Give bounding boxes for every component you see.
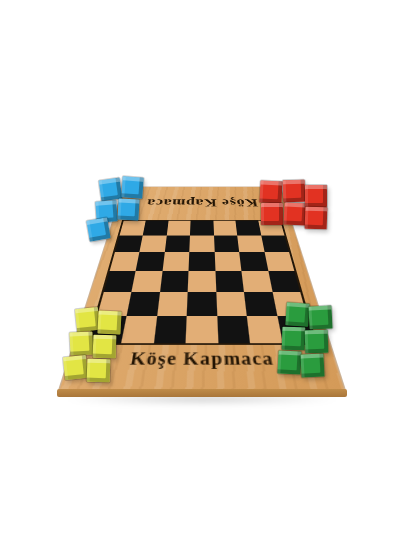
board-cell-r4c1[interactable] — [104, 271, 136, 292]
yellow-cube[interactable] — [75, 307, 100, 332]
board-cell-r2c7[interactable] — [261, 236, 289, 253]
board-cell-r6c3[interactable] — [154, 316, 187, 343]
board-cell-r2c6[interactable] — [237, 236, 264, 253]
blue-cube[interactable] — [86, 217, 110, 241]
green-cube[interactable] — [285, 302, 310, 327]
board-cell-r2c1[interactable] — [115, 236, 143, 253]
board-cell-r4c6[interactable] — [242, 271, 273, 292]
red-cube[interactable] — [283, 180, 306, 203]
red-cube[interactable] — [305, 207, 328, 230]
board-cell-r3c4[interactable] — [189, 252, 215, 271]
board-front-edge — [57, 389, 347, 397]
board-cell-r4c5[interactable] — [215, 271, 244, 292]
blue-cube[interactable] — [121, 176, 143, 198]
board-cell-r4c2[interactable] — [132, 271, 163, 292]
yellow-cube[interactable] — [93, 335, 117, 359]
board-cell-r3c2[interactable] — [136, 252, 165, 271]
board-cell-r2c4[interactable] — [190, 236, 215, 253]
red-cube[interactable] — [305, 185, 327, 207]
board-cell-r3c6[interactable] — [239, 252, 268, 271]
product-photo: Köşe Kapmaca Köşe Kapmaca — [0, 0, 400, 550]
green-cube[interactable] — [305, 330, 329, 354]
board-cell-r4c3[interactable] — [160, 271, 189, 292]
board-cell-r5c2[interactable] — [127, 292, 160, 316]
board-cell-r2c3[interactable] — [165, 236, 191, 253]
board-cell-r1c6[interactable] — [236, 221, 261, 236]
board-cell-r6c5[interactable] — [217, 316, 250, 343]
board-cell-r5c4[interactable] — [187, 292, 217, 316]
green-cube[interactable] — [282, 327, 306, 351]
yellow-cube[interactable] — [97, 310, 121, 334]
green-cube[interactable] — [308, 305, 332, 329]
board-cell-r3c3[interactable] — [162, 252, 189, 271]
board-cell-r3c7[interactable] — [264, 252, 294, 271]
board-cell-r2c5[interactable] — [214, 236, 240, 253]
board-cell-r3c1[interactable] — [110, 252, 140, 271]
board-cell-r6c4[interactable] — [186, 316, 218, 343]
green-cube[interactable] — [300, 353, 324, 377]
red-cube[interactable] — [259, 180, 282, 203]
board-cell-r1c2[interactable] — [143, 221, 168, 236]
board-cell-r3c5[interactable] — [214, 252, 241, 271]
yellow-cube[interactable] — [63, 355, 88, 380]
red-cube[interactable] — [261, 203, 283, 225]
board-cell-r1c3[interactable] — [167, 221, 191, 236]
yellow-cube[interactable] — [87, 359, 111, 383]
board-cell-r6c2[interactable] — [122, 316, 157, 343]
board-cell-r1c5[interactable] — [213, 221, 237, 236]
board-cell-r5c5[interactable] — [216, 292, 247, 316]
green-cube[interactable] — [277, 350, 301, 374]
board-cell-r2c2[interactable] — [140, 236, 167, 253]
yellow-cube[interactable] — [69, 331, 93, 355]
board-cell-r5c3[interactable] — [157, 292, 188, 316]
blue-cube[interactable] — [117, 198, 139, 220]
board-cell-r1c4[interactable] — [190, 221, 214, 236]
board-cell-r4c7[interactable] — [268, 271, 300, 292]
board-cell-r4c4[interactable] — [188, 271, 216, 292]
board-cell-r1c1[interactable] — [120, 221, 147, 236]
red-cube[interactable] — [283, 202, 306, 225]
